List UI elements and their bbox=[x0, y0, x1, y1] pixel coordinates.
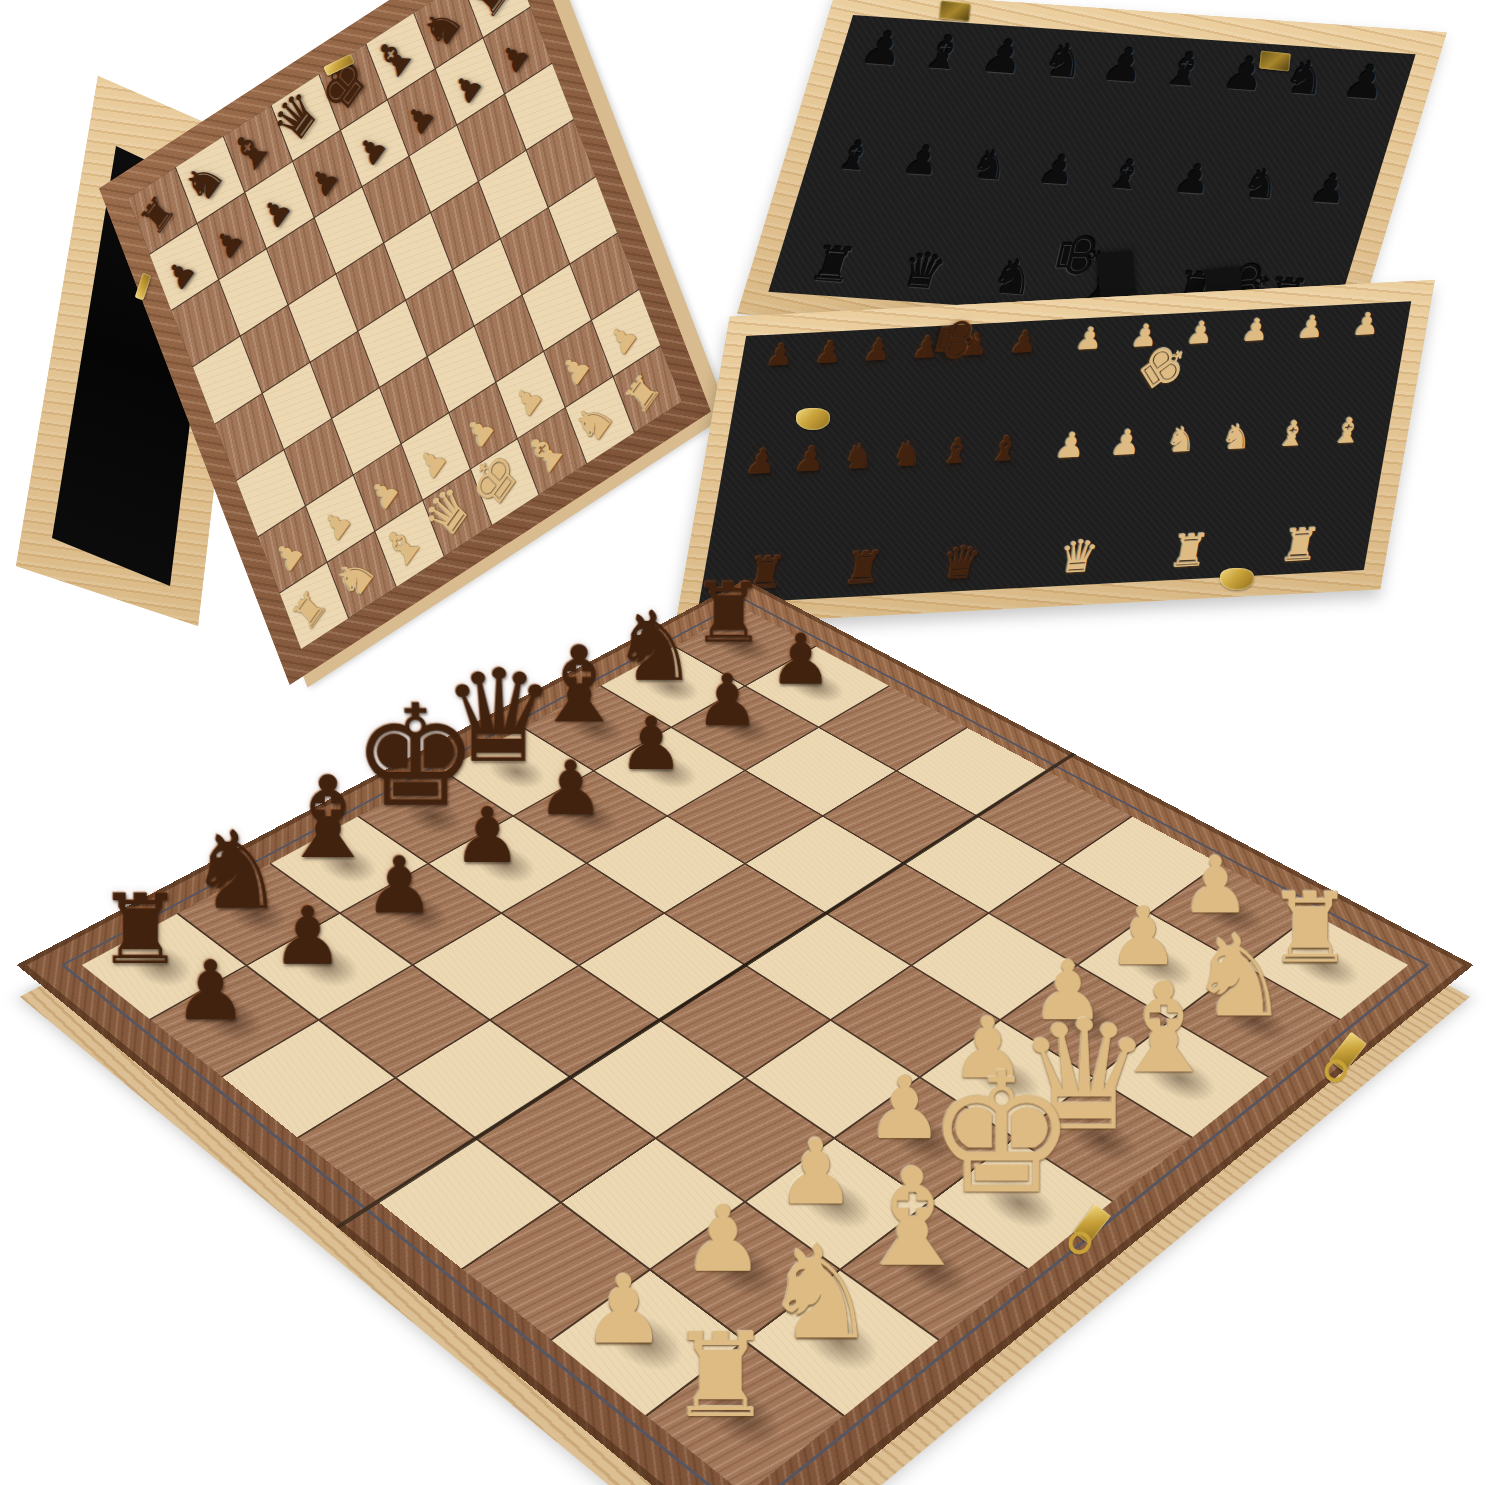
light-rook: ♜ bbox=[657, 1318, 785, 1435]
main-chessboard-grid: ♜♟♟♜♞♟♟♞♝♟♟♝♛♟♟♛♚♟♟♚♝♟♟♝♞♟♟♞♜♟♟♜ bbox=[82, 608, 1409, 1485]
dark-pawn: ♟ bbox=[263, 897, 352, 977]
product-photo-page: { "game": "chess", "product": "folding m… bbox=[0, 0, 1495, 1485]
dark-pawn: ♟ bbox=[762, 625, 839, 695]
main-chessboard: ♜♟♟♜♞♟♟♞♝♟♟♝♛♟♟♛♚♟♟♚♝♟♟♝♞♟♟♞♜♟♟♜ bbox=[17, 580, 1474, 1485]
dark-pawn: ♟ bbox=[530, 752, 612, 827]
dark-pawn: ♟ bbox=[165, 951, 256, 1033]
main-board-view: ♜♟♟♜♞♟♟♞♝♟♟♝♛♟♟♛♚♟♟♚♝♟♟♝♞♟♟♞♜♟♟♜ bbox=[0, 0, 1495, 1485]
board-walnut-frame: ♜♟♟♜♞♟♟♞♝♟♟♝♛♟♟♛♚♟♟♚♝♟♟♝♞♟♟♞♜♟♟♜ bbox=[17, 580, 1474, 1485]
dark-pawn: ♟ bbox=[445, 798, 529, 875]
dark-pawn: ♟ bbox=[356, 846, 442, 925]
dark-pawn: ♟ bbox=[611, 708, 692, 781]
dark-pawn: ♟ bbox=[688, 666, 767, 738]
